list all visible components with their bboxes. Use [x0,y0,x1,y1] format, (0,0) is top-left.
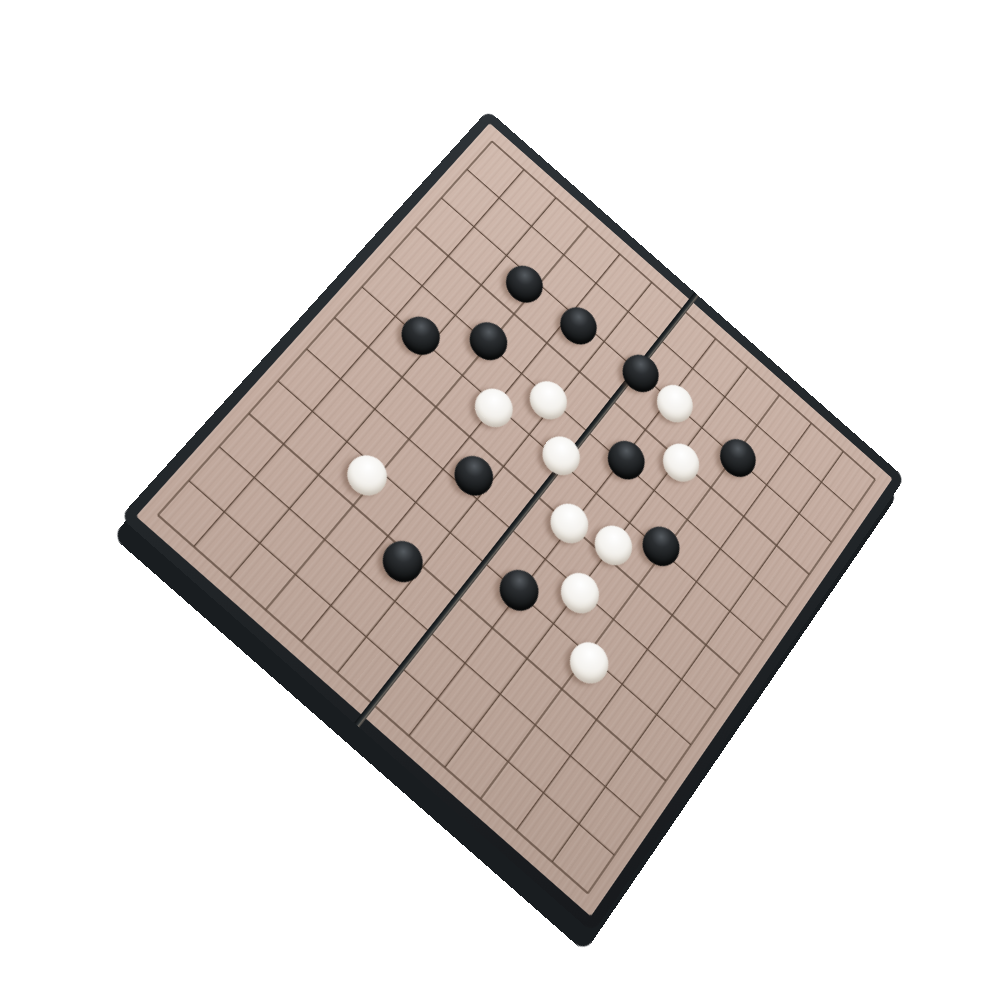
black-stone[interactable] [394,309,448,363]
white-stone[interactable] [535,429,587,484]
black-stone[interactable] [447,448,501,504]
black-stone[interactable] [600,432,651,486]
white-stone[interactable] [467,381,520,435]
white-stone[interactable] [543,495,596,551]
black-stone[interactable] [491,562,545,619]
product-photo-page: { "game": "go", "scene": { "type": "phot… [0,0,1001,1001]
white-stone[interactable] [649,377,699,430]
white-stone[interactable] [562,634,616,692]
black-stone[interactable] [462,314,514,367]
white-stone[interactable] [588,518,640,574]
white-stone[interactable] [339,447,395,504]
black-stone[interactable] [635,519,686,574]
black-stone[interactable] [498,258,549,310]
stones-grid [124,113,901,928]
black-stone[interactable] [375,533,431,591]
white-stone[interactable] [656,436,706,490]
black-stone[interactable] [553,300,604,352]
go-board [120,110,905,933]
black-stone[interactable] [713,432,762,485]
white-stone[interactable] [523,373,575,427]
white-stone[interactable] [554,565,607,622]
